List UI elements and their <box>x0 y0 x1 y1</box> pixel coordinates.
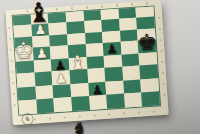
board-grid: ♝♟♚♟♟♚♟♝♟♟ <box>12 5 161 115</box>
square-r5c5[interactable] <box>86 55 104 69</box>
black-king[interactable]: ♚ <box>136 32 157 54</box>
square-r8c4[interactable] <box>71 96 89 111</box>
square-r6c5[interactable] <box>87 68 105 82</box>
white-pawn[interactable]: ♟ <box>55 73 67 86</box>
square-r6c6[interactable] <box>105 67 123 81</box>
square-r8c8[interactable] <box>142 92 160 107</box>
square-r6c2[interactable] <box>34 72 52 86</box>
photo-background: ♝♟♚♟♟♚♟♝♟♟ ♞ ♞ <box>0 0 200 134</box>
square-r7c1[interactable] <box>17 86 35 101</box>
square-r8c3[interactable] <box>54 98 72 113</box>
square-r6c3[interactable]: ♟ <box>52 71 70 85</box>
square-r8c6[interactable] <box>106 94 124 109</box>
square-r6c8[interactable] <box>140 65 158 79</box>
square-r8c7[interactable] <box>124 93 142 108</box>
square-r4c1[interactable]: ♚ <box>15 48 33 61</box>
square-r5c3[interactable]: ♟ <box>51 58 69 72</box>
square-r8c2[interactable] <box>36 99 54 114</box>
square-r7c4[interactable] <box>70 83 88 98</box>
square-r4c8[interactable]: ♚ <box>138 40 156 53</box>
square-r7c8[interactable] <box>141 78 159 93</box>
white-king[interactable]: ♚ <box>13 40 34 62</box>
square-r5c7[interactable] <box>121 53 139 67</box>
chess-board: ♝♟♚♟♟♚♟♝♟♟ ♞ <box>5 0 168 125</box>
square-r7c7[interactable] <box>123 79 141 94</box>
offboard-black-piece[interactable]: ♞ <box>70 118 89 134</box>
black-pawn[interactable]: ♟ <box>106 43 118 56</box>
white-bishop[interactable]: ♝ <box>69 53 86 71</box>
white-pawn[interactable]: ♟ <box>34 24 46 37</box>
square-r4c6[interactable]: ♟ <box>103 42 121 55</box>
black-pawn[interactable]: ♟ <box>91 84 103 97</box>
white-pawn[interactable]: ♟ <box>36 48 48 61</box>
square-r7c2[interactable] <box>35 85 53 100</box>
square-r4c2[interactable]: ♟ <box>33 47 51 60</box>
square-r5c4[interactable]: ♝ <box>69 57 87 71</box>
square-r7c5[interactable]: ♟ <box>88 82 106 97</box>
square-r7c6[interactable] <box>105 80 123 95</box>
square-r6c7[interactable] <box>122 66 140 80</box>
square-r6c1[interactable] <box>17 73 35 87</box>
